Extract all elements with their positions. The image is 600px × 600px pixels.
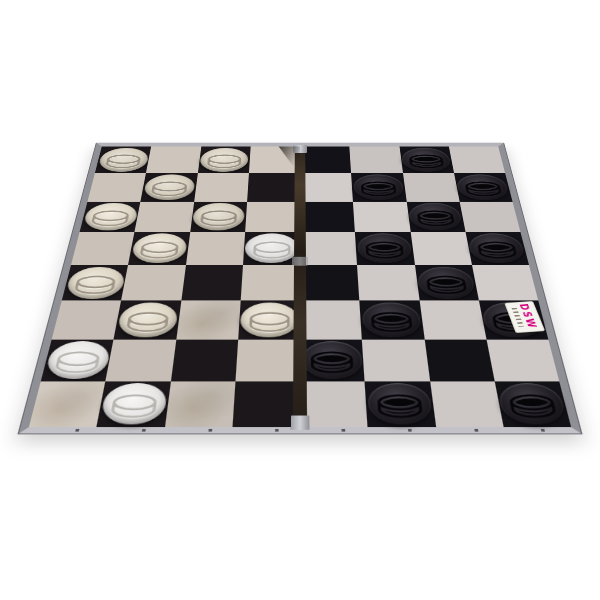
- square-c5r4[interactable]: [300, 232, 357, 265]
- black-checker[interactable]: ⛂: [367, 383, 433, 424]
- square-c6r8[interactable]: ⛂: [365, 381, 436, 427]
- square-c7r6[interactable]: [419, 301, 486, 340]
- square-c6r7[interactable]: [362, 339, 430, 381]
- square-c2r2[interactable]: ⛀: [141, 173, 198, 201]
- square-c4r3[interactable]: [245, 201, 300, 232]
- black-checker[interactable]: ⛂: [416, 267, 476, 299]
- square-c7r7[interactable]: [424, 339, 494, 381]
- square-c1r6[interactable]: [52, 301, 122, 340]
- photo-canvas: ⛀⛀⛂⛀⛂⛂⛀⛀⛂⛀⛀⛂⛂⛀⛂⛀⛀⛂⛂⛀⛂⛀⛂⛂ DSW: [0, 0, 600, 600]
- white-checker[interactable]: ⛀: [116, 302, 179, 337]
- square-c1r2[interactable]: [88, 173, 147, 201]
- square-c1r4[interactable]: [71, 232, 135, 265]
- square-c5r5[interactable]: [300, 265, 360, 301]
- black-checker[interactable]: ⛂: [456, 174, 511, 200]
- frame-rivets: [35, 429, 565, 432]
- square-c1r7[interactable]: ⛀: [41, 339, 114, 381]
- white-checker[interactable]: ⛀: [240, 302, 298, 337]
- square-c7r8[interactable]: [430, 381, 504, 427]
- square-c5r7[interactable]: ⛂: [300, 339, 365, 381]
- white-checker[interactable]: ⛀: [82, 203, 139, 231]
- square-c4r5[interactable]: [240, 265, 300, 301]
- square-c2r6[interactable]: ⛀: [114, 301, 181, 340]
- square-c8r3[interactable]: [459, 201, 520, 232]
- black-checker[interactable]: ⛂: [361, 302, 422, 337]
- square-c2r4[interactable]: ⛀: [128, 232, 190, 265]
- square-c3r7[interactable]: [170, 339, 238, 381]
- white-checker[interactable]: ⛀: [130, 234, 188, 264]
- square-c6r5[interactable]: [357, 265, 419, 301]
- square-c1r3[interactable]: ⛀: [80, 201, 141, 232]
- square-c3r3[interactable]: ⛀: [190, 201, 247, 232]
- white-checker[interactable]: ⛀: [97, 148, 150, 172]
- square-c2r8[interactable]: ⛀: [97, 381, 171, 427]
- square-c2r1[interactable]: [146, 147, 201, 174]
- square-c8r4[interactable]: ⛂: [465, 232, 529, 265]
- square-c5r8[interactable]: [300, 381, 368, 427]
- white-checker[interactable]: ⛀: [43, 341, 111, 379]
- black-checker[interactable]: ⛂: [302, 341, 363, 379]
- square-c3r4[interactable]: [186, 232, 245, 265]
- square-c3r8[interactable]: [164, 381, 235, 427]
- black-checker[interactable]: ⛂: [497, 383, 569, 424]
- square-c3r2[interactable]: [194, 173, 249, 201]
- black-checker[interactable]: ⛂: [467, 234, 527, 264]
- square-c6r4[interactable]: ⛂: [355, 232, 414, 265]
- square-c5r2[interactable]: [300, 173, 353, 201]
- square-c8r8[interactable]: ⛂: [494, 381, 571, 427]
- square-c1r8[interactable]: [29, 381, 106, 427]
- square-c8r5[interactable]: [472, 265, 539, 301]
- white-checker[interactable]: ⛀: [143, 174, 196, 200]
- square-c6r3[interactable]: [353, 201, 410, 232]
- square-c3r6[interactable]: [176, 301, 241, 340]
- square-c6r2[interactable]: ⛂: [351, 173, 406, 201]
- black-checker[interactable]: ⛂: [408, 203, 463, 231]
- black-checker[interactable]: ⛂: [401, 148, 452, 172]
- white-checker[interactable]: ⛀: [64, 267, 126, 299]
- square-c2r3[interactable]: [135, 201, 194, 232]
- square-c1r5[interactable]: ⛀: [62, 265, 129, 301]
- square-c7r4[interactable]: [410, 232, 472, 265]
- square-c2r7[interactable]: [106, 339, 176, 381]
- checkers-board: ⛀⛀⛂⛀⛂⛂⛀⛀⛂⛀⛀⛂⛂⛀⛂⛀⛀⛂⛂⛀⛂⛀⛂⛂ DSW: [19, 143, 581, 433]
- square-c7r1[interactable]: ⛂: [399, 147, 454, 174]
- square-c1r1[interactable]: ⛀: [95, 147, 151, 174]
- square-c7r3[interactable]: ⛂: [406, 201, 465, 232]
- hinge-hardware-bottom: [291, 416, 310, 430]
- white-checker[interactable]: ⛀: [199, 148, 249, 172]
- white-checker[interactable]: ⛀: [192, 203, 246, 231]
- square-c3r5[interactable]: [181, 265, 243, 301]
- square-c5r1[interactable]: [300, 147, 351, 174]
- square-c7r2[interactable]: [403, 173, 460, 201]
- square-c8r2[interactable]: ⛂: [454, 173, 513, 201]
- white-checker[interactable]: ⛀: [99, 383, 168, 424]
- board-hinge: [293, 147, 307, 428]
- square-c8r1[interactable]: [449, 147, 505, 174]
- square-c6r6[interactable]: ⛂: [360, 301, 425, 340]
- square-c4r6[interactable]: ⛀: [238, 301, 300, 340]
- square-c4r2[interactable]: [247, 173, 300, 201]
- square-c8r7[interactable]: [486, 339, 559, 381]
- hinge-hardware-middle: [292, 257, 308, 266]
- square-c5r3[interactable]: [300, 201, 355, 232]
- white-checker[interactable]: ⛀: [245, 234, 299, 264]
- square-c7r5[interactable]: ⛂: [415, 265, 479, 301]
- square-c3r1[interactable]: ⛀: [197, 147, 250, 174]
- black-checker[interactable]: ⛂: [353, 174, 405, 200]
- square-c6r1[interactable]: [350, 147, 403, 174]
- square-c5r6[interactable]: [300, 301, 362, 340]
- square-c4r7[interactable]: [235, 339, 300, 381]
- black-checker[interactable]: ⛂: [357, 234, 413, 264]
- square-c2r5[interactable]: [121, 265, 185, 301]
